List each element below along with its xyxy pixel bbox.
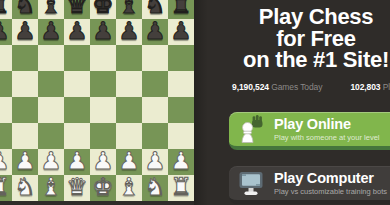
stat-games-today: 9,190,524 Games Today bbox=[232, 82, 322, 92]
square-c2[interactable]: ♟ bbox=[38, 149, 64, 175]
title-line-2: for Free bbox=[194, 28, 390, 50]
square-c7[interactable]: ♟ bbox=[38, 19, 64, 45]
white-knight: ♞ bbox=[14, 175, 36, 199]
site-stats: 9,190,524 Games Today 102,803 Playing No… bbox=[232, 82, 390, 92]
square-a8[interactable]: ♜ bbox=[0, 0, 12, 19]
square-d7[interactable]: ♟ bbox=[64, 19, 90, 45]
black-rook: ♜ bbox=[0, 0, 10, 17]
square-a2[interactable]: ♟ bbox=[0, 149, 12, 175]
square-a6[interactable] bbox=[0, 45, 12, 71]
title-line-3: on the #1 Site! bbox=[194, 49, 390, 71]
square-g6[interactable] bbox=[142, 45, 168, 71]
square-f8[interactable]: ♝ bbox=[116, 0, 142, 19]
square-b8[interactable]: ♞ bbox=[12, 0, 38, 19]
square-h3[interactable] bbox=[168, 123, 194, 149]
square-g4[interactable] bbox=[142, 97, 168, 123]
square-c5[interactable] bbox=[38, 71, 64, 97]
square-e7[interactable]: ♟ bbox=[90, 19, 116, 45]
square-b1[interactable]: ♞ bbox=[12, 175, 38, 201]
black-pawn: ♟ bbox=[92, 19, 114, 43]
black-pawn: ♟ bbox=[40, 19, 62, 43]
square-e1[interactable]: ♚ bbox=[90, 175, 116, 201]
square-c6[interactable] bbox=[38, 45, 64, 71]
square-d2[interactable]: ♟ bbox=[64, 149, 90, 175]
square-e6[interactable] bbox=[90, 45, 116, 71]
play-computer-button[interactable]: Play Computer Play vs customizable train… bbox=[229, 166, 390, 204]
square-h2[interactable]: ♟ bbox=[168, 149, 194, 175]
square-e3[interactable] bbox=[90, 123, 116, 149]
square-b4[interactable] bbox=[12, 97, 38, 123]
white-pawn: ♟ bbox=[144, 149, 166, 173]
white-pawn: ♟ bbox=[66, 149, 88, 173]
square-h7[interactable]: ♟ bbox=[168, 19, 194, 45]
square-f2[interactable]: ♟ bbox=[116, 149, 142, 175]
square-h4[interactable] bbox=[168, 97, 194, 123]
square-h6[interactable] bbox=[168, 45, 194, 71]
square-d5[interactable] bbox=[64, 71, 90, 97]
play-online-sublabel: Play with someone at your level bbox=[274, 134, 379, 142]
square-c3[interactable] bbox=[38, 123, 64, 149]
square-g3[interactable] bbox=[142, 123, 168, 149]
chess-board-region: ♜♞♝♛♚♝♞♜♟♟♟♟♟♟♟♟♟♟♟♟♟♟♟♟♜♞♝♛♚♝♞♜ bbox=[0, 0, 194, 205]
square-g5[interactable] bbox=[142, 71, 168, 97]
black-bishop: ♝ bbox=[40, 0, 62, 17]
square-a3[interactable] bbox=[0, 123, 12, 149]
square-e8[interactable]: ♚ bbox=[90, 0, 116, 19]
white-rook: ♜ bbox=[170, 175, 192, 199]
square-c8[interactable]: ♝ bbox=[38, 0, 64, 19]
white-pawn: ♟ bbox=[0, 149, 10, 173]
black-knight: ♞ bbox=[14, 0, 36, 17]
white-pawn: ♟ bbox=[170, 149, 192, 173]
play-online-label: Play Online bbox=[274, 117, 379, 132]
white-pawn: ♟ bbox=[14, 149, 36, 173]
square-c1[interactable]: ♝ bbox=[38, 175, 64, 201]
square-g2[interactable]: ♟ bbox=[142, 149, 168, 175]
square-d3[interactable] bbox=[64, 123, 90, 149]
square-c4[interactable] bbox=[38, 97, 64, 123]
pawn-wave-icon bbox=[238, 114, 264, 144]
square-b2[interactable]: ♟ bbox=[12, 149, 38, 175]
square-a7[interactable]: ♟ bbox=[0, 19, 12, 45]
chess-board[interactable]: ♜♞♝♛♚♝♞♜♟♟♟♟♟♟♟♟♟♟♟♟♟♟♟♟♜♞♝♛♚♝♞♜ bbox=[0, 0, 194, 201]
square-f3[interactable] bbox=[116, 123, 142, 149]
white-rook: ♜ bbox=[0, 175, 10, 199]
play-computer-sublabel: Play vs customizable training bots bbox=[274, 188, 387, 196]
stat-playing-now: 102,803 Playing Now bbox=[350, 82, 390, 92]
square-b5[interactable] bbox=[12, 71, 38, 97]
square-f4[interactable] bbox=[116, 97, 142, 123]
title-line-1: Play Chess bbox=[194, 6, 390, 28]
white-queen: ♛ bbox=[66, 175, 88, 199]
square-d6[interactable] bbox=[64, 45, 90, 71]
hero-panel: Play Chess for Free on the #1 Site! 9,19… bbox=[194, 0, 390, 205]
square-e4[interactable] bbox=[90, 97, 116, 123]
white-bishop: ♝ bbox=[40, 175, 62, 199]
black-bishop: ♝ bbox=[118, 0, 140, 17]
square-a4[interactable] bbox=[0, 97, 12, 123]
square-a1[interactable]: ♜ bbox=[0, 175, 12, 201]
black-king: ♚ bbox=[92, 0, 114, 17]
black-pawn: ♟ bbox=[14, 19, 36, 43]
square-e2[interactable]: ♟ bbox=[90, 149, 116, 175]
white-king: ♚ bbox=[92, 175, 114, 199]
games-today-count: 9,190,524 bbox=[232, 82, 269, 92]
square-d4[interactable] bbox=[64, 97, 90, 123]
games-today-label: Games Today bbox=[271, 82, 322, 92]
play-computer-label: Play Computer bbox=[274, 171, 387, 186]
square-f5[interactable] bbox=[116, 71, 142, 97]
square-h5[interactable] bbox=[168, 71, 194, 97]
square-g7[interactable]: ♟ bbox=[142, 19, 168, 45]
square-f7[interactable]: ♟ bbox=[116, 19, 142, 45]
white-pawn: ♟ bbox=[92, 149, 114, 173]
square-d1[interactable]: ♛ bbox=[64, 175, 90, 201]
square-b7[interactable]: ♟ bbox=[12, 19, 38, 45]
black-rook: ♜ bbox=[170, 0, 192, 17]
white-knight: ♞ bbox=[144, 175, 166, 199]
white-bishop: ♝ bbox=[118, 175, 140, 199]
square-g1[interactable]: ♞ bbox=[142, 175, 168, 201]
square-b6[interactable] bbox=[12, 45, 38, 71]
black-knight: ♞ bbox=[144, 0, 166, 17]
page-title: Play Chess for Free on the #1 Site! bbox=[194, 6, 390, 71]
black-pawn: ♟ bbox=[118, 19, 140, 43]
square-b3[interactable] bbox=[12, 123, 38, 149]
computer-icon bbox=[238, 168, 264, 198]
black-pawn: ♟ bbox=[144, 19, 166, 43]
square-h8[interactable]: ♜ bbox=[168, 0, 194, 19]
black-pawn: ♟ bbox=[0, 19, 10, 43]
black-pawn: ♟ bbox=[66, 19, 88, 43]
playing-now-count: 102,803 bbox=[350, 82, 380, 92]
black-queen: ♛ bbox=[66, 0, 88, 17]
square-e5[interactable] bbox=[90, 71, 116, 97]
square-a5[interactable] bbox=[0, 71, 12, 97]
white-pawn: ♟ bbox=[40, 149, 62, 173]
square-h1[interactable]: ♜ bbox=[168, 175, 194, 201]
square-f6[interactable] bbox=[116, 45, 142, 71]
playing-now-label: Playing Now bbox=[383, 82, 390, 92]
square-f1[interactable]: ♝ bbox=[116, 175, 142, 201]
square-g8[interactable]: ♞ bbox=[142, 0, 168, 19]
play-online-button[interactable]: Play Online Play with someone at your le… bbox=[229, 112, 390, 150]
square-d8[interactable]: ♛ bbox=[64, 0, 90, 19]
black-pawn: ♟ bbox=[170, 19, 192, 43]
white-pawn: ♟ bbox=[118, 149, 140, 173]
